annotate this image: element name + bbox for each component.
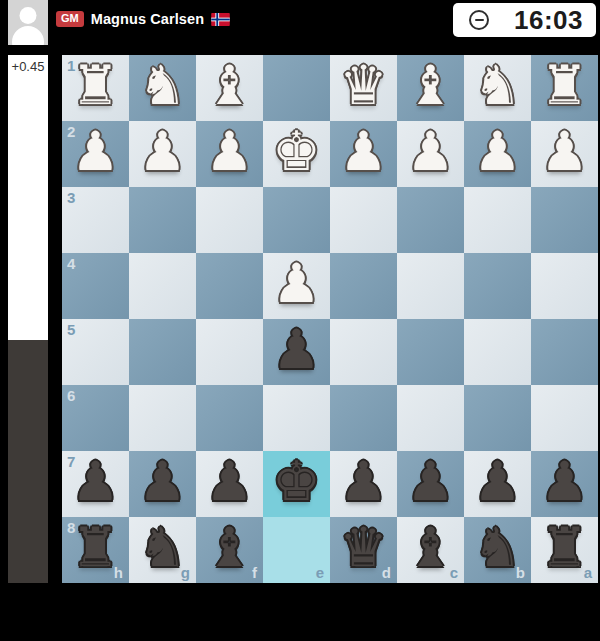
square-c1[interactable]: ♝ <box>397 55 464 121</box>
piece-wN-g1[interactable]: ♞ <box>138 59 186 113</box>
square-b4[interactable] <box>464 253 531 319</box>
square-b5[interactable] <box>464 319 531 385</box>
bottom-player-bar: GM Hikaru Nakamura 15:49 <box>0 588 600 641</box>
square-h7[interactable]: 7♟ <box>62 451 129 517</box>
person-icon <box>12 26 44 45</box>
square-a6[interactable] <box>531 385 598 451</box>
piece-bB-c8[interactable]: ♝ <box>406 521 454 575</box>
eval-bar-white: +0.45 <box>8 55 48 340</box>
piece-wB-f1[interactable]: ♝ <box>205 59 253 113</box>
top-player-name[interactable]: Magnus Carlsen <box>91 11 204 27</box>
square-h8[interactable]: 8h♜ <box>62 517 129 583</box>
square-f7[interactable]: ♟ <box>196 451 263 517</box>
piece-wP-e4[interactable]: ♟ <box>272 257 320 311</box>
eval-bar-black <box>8 340 48 583</box>
square-h3[interactable]: 3 <box>62 187 129 253</box>
square-c7[interactable]: ♟ <box>397 451 464 517</box>
piece-bR-a8[interactable]: ♜ <box>540 521 588 575</box>
top-player-clock: 16:03 <box>453 3 596 37</box>
square-e4[interactable]: ♟ <box>263 253 330 319</box>
piece-wP-c2[interactable]: ♟ <box>406 125 454 179</box>
piece-wQ-d1[interactable]: ♛ <box>339 59 387 113</box>
piece-bR-h8[interactable]: ♜ <box>71 521 119 575</box>
square-c8[interactable]: c♝ <box>397 517 464 583</box>
piece-wP-b2[interactable]: ♟ <box>473 125 521 179</box>
chess-board[interactable]: 1♜♞♝♛♝♞♜2♟♟♟♚♟♟♟♟34♟5♟67♟♟♟♚♟♟♟♟8h♜g♞f♝e… <box>62 55 598 583</box>
top-player-avatar[interactable] <box>8 0 48 45</box>
piece-bP-a7[interactable]: ♟ <box>540 455 588 509</box>
piece-bN-b8[interactable]: ♞ <box>473 521 521 575</box>
chess-game-window: GM Magnus Carlsen 16:03 +0.45 1♜♞♝♛♝♞♜2♟… <box>0 0 600 641</box>
square-g6[interactable] <box>129 385 196 451</box>
square-e3[interactable] <box>263 187 330 253</box>
square-f4[interactable] <box>196 253 263 319</box>
piece-bN-g8[interactable]: ♞ <box>138 521 186 575</box>
square-a5[interactable] <box>531 319 598 385</box>
square-f2[interactable]: ♟ <box>196 121 263 187</box>
square-g4[interactable] <box>129 253 196 319</box>
square-h4[interactable]: 4 <box>62 253 129 319</box>
rank-label-6: 6 <box>67 388 75 403</box>
square-d6[interactable] <box>330 385 397 451</box>
piece-bP-h7[interactable]: ♟ <box>71 455 119 509</box>
pause-icon <box>469 10 489 30</box>
piece-bP-g7[interactable]: ♟ <box>138 455 186 509</box>
piece-wB-c1[interactable]: ♝ <box>406 59 454 113</box>
eval-score: +0.45 <box>12 59 45 74</box>
square-d8[interactable]: d♛ <box>330 517 397 583</box>
square-b8[interactable]: b♞ <box>464 517 531 583</box>
piece-bB-f8[interactable]: ♝ <box>205 521 253 575</box>
piece-bK-e7[interactable]: ♚ <box>272 455 320 509</box>
square-g8[interactable]: g♞ <box>129 517 196 583</box>
piece-wP-h2[interactable]: ♟ <box>71 125 119 179</box>
square-f6[interactable] <box>196 385 263 451</box>
square-g1[interactable]: ♞ <box>129 55 196 121</box>
square-e2[interactable]: ♚ <box>263 121 330 187</box>
square-g3[interactable] <box>129 187 196 253</box>
square-f1[interactable]: ♝ <box>196 55 263 121</box>
piece-bP-c7[interactable]: ♟ <box>406 455 454 509</box>
square-a3[interactable] <box>531 187 598 253</box>
square-g7[interactable]: ♟ <box>129 451 196 517</box>
piece-bP-f7[interactable]: ♟ <box>205 455 253 509</box>
square-b3[interactable] <box>464 187 531 253</box>
square-f3[interactable] <box>196 187 263 253</box>
square-f8[interactable]: f♝ <box>196 517 263 583</box>
piece-bP-d7[interactable]: ♟ <box>339 455 387 509</box>
square-h5[interactable]: 5 <box>62 319 129 385</box>
eval-bar: +0.45 <box>8 55 48 583</box>
square-a4[interactable] <box>531 253 598 319</box>
rank-label-3: 3 <box>67 190 75 205</box>
square-c2[interactable]: ♟ <box>397 121 464 187</box>
piece-wP-a2[interactable]: ♟ <box>540 125 588 179</box>
square-d3[interactable] <box>330 187 397 253</box>
square-b6[interactable] <box>464 385 531 451</box>
piece-bP-e5[interactable]: ♟ <box>272 323 320 377</box>
file-label-e: e <box>316 565 324 580</box>
square-b7[interactable]: ♟ <box>464 451 531 517</box>
piece-wP-f2[interactable]: ♟ <box>205 125 253 179</box>
top-clock-time: 16:03 <box>514 5 583 36</box>
square-d7[interactable]: ♟ <box>330 451 397 517</box>
top-player-bar: GM Magnus Carlsen 16:03 <box>0 0 600 55</box>
square-h2[interactable]: 2♟ <box>62 121 129 187</box>
square-c6[interactable] <box>397 385 464 451</box>
rank-label-4: 4 <box>67 256 75 271</box>
person-icon <box>20 7 37 24</box>
piece-wN-b1[interactable]: ♞ <box>473 59 521 113</box>
square-a7[interactable]: ♟ <box>531 451 598 517</box>
square-c3[interactable] <box>397 187 464 253</box>
square-h1[interactable]: 1♜ <box>62 55 129 121</box>
piece-bQ-d8[interactable]: ♛ <box>339 521 387 575</box>
square-e8[interactable]: e <box>263 517 330 583</box>
square-d5[interactable] <box>330 319 397 385</box>
square-e6[interactable] <box>263 385 330 451</box>
norway-flag-icon <box>211 13 230 26</box>
rank-label-5: 5 <box>67 322 75 337</box>
top-player-title-badge: GM <box>56 11 84 27</box>
top-player-info: GM Magnus Carlsen <box>56 8 230 30</box>
square-a8[interactable]: a♜ <box>531 517 598 583</box>
square-g2[interactable]: ♟ <box>129 121 196 187</box>
piece-wP-d2[interactable]: ♟ <box>339 125 387 179</box>
square-g5[interactable] <box>129 319 196 385</box>
square-d4[interactable] <box>330 253 397 319</box>
square-f5[interactable] <box>196 319 263 385</box>
square-b1[interactable]: ♞ <box>464 55 531 121</box>
piece-wP-g2[interactable]: ♟ <box>138 125 186 179</box>
square-a2[interactable]: ♟ <box>531 121 598 187</box>
square-c5[interactable] <box>397 319 464 385</box>
square-a1[interactable]: ♜ <box>531 55 598 121</box>
piece-wK-e2[interactable]: ♚ <box>272 125 320 179</box>
square-h6[interactable]: 6 <box>62 385 129 451</box>
piece-wR-a1[interactable]: ♜ <box>540 59 588 113</box>
piece-wR-h1[interactable]: ♜ <box>71 59 119 113</box>
square-b2[interactable]: ♟ <box>464 121 531 187</box>
square-e7[interactable]: ♚ <box>263 451 330 517</box>
square-c4[interactable] <box>397 253 464 319</box>
square-d1[interactable]: ♛ <box>330 55 397 121</box>
square-e1[interactable] <box>263 55 330 121</box>
square-e5[interactable]: ♟ <box>263 319 330 385</box>
piece-bP-b7[interactable]: ♟ <box>473 455 521 509</box>
square-d2[interactable]: ♟ <box>330 121 397 187</box>
